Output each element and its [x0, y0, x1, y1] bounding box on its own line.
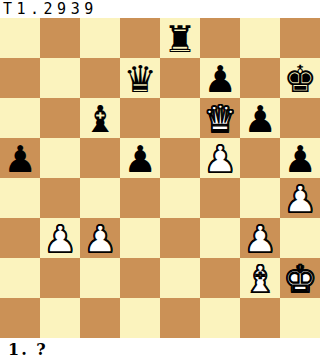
white-pawn[interactable]: ♟ — [240, 218, 280, 258]
square-b2[interactable] — [40, 258, 80, 298]
square-b3[interactable]: ♟ — [40, 218, 80, 258]
square-f8[interactable] — [200, 18, 240, 58]
black-king[interactable]: ♚ — [280, 58, 320, 98]
square-d2[interactable] — [120, 258, 160, 298]
square-g8[interactable] — [240, 18, 280, 58]
square-h6[interactable] — [280, 98, 320, 138]
white-pawn[interactable]: ♟ — [200, 138, 240, 178]
square-h7[interactable]: ♚ — [280, 58, 320, 98]
square-a8[interactable] — [0, 18, 40, 58]
square-f7[interactable]: ♟ — [200, 58, 240, 98]
square-f4[interactable] — [200, 178, 240, 218]
square-h3[interactable] — [280, 218, 320, 258]
square-c5[interactable] — [80, 138, 120, 178]
square-c3[interactable]: ♟ — [80, 218, 120, 258]
black-queen[interactable]: ♛ — [120, 58, 160, 98]
square-a1[interactable] — [0, 298, 40, 338]
black-pawn[interactable]: ♟ — [0, 138, 40, 178]
square-a7[interactable] — [0, 58, 40, 98]
square-h2[interactable]: ♚ — [280, 258, 320, 298]
square-h8[interactable] — [280, 18, 320, 58]
square-h5[interactable]: ♟ — [280, 138, 320, 178]
square-d6[interactable] — [120, 98, 160, 138]
square-g7[interactable] — [240, 58, 280, 98]
square-a4[interactable] — [0, 178, 40, 218]
square-d8[interactable] — [120, 18, 160, 58]
black-rook[interactable]: ♜ — [160, 18, 200, 58]
black-pawn[interactable]: ♟ — [200, 58, 240, 98]
square-d4[interactable] — [120, 178, 160, 218]
move-prompt-bar: 1. ? — [0, 338, 320, 360]
square-g2[interactable]: ♝ — [240, 258, 280, 298]
chess-puzzle-app: T1.2939 ♜♛♟♚♝♛♟♟♟♟♟♟♟♟♟♝♚ 1. ? — [0, 0, 320, 360]
square-c2[interactable] — [80, 258, 120, 298]
square-e3[interactable] — [160, 218, 200, 258]
square-g6[interactable]: ♟ — [240, 98, 280, 138]
square-a2[interactable] — [0, 258, 40, 298]
square-f2[interactable] — [200, 258, 240, 298]
square-b8[interactable] — [40, 18, 80, 58]
square-f5[interactable]: ♟ — [200, 138, 240, 178]
square-f3[interactable] — [200, 218, 240, 258]
square-e8[interactable]: ♜ — [160, 18, 200, 58]
white-queen[interactable]: ♛ — [200, 98, 240, 138]
white-bishop[interactable]: ♝ — [240, 258, 280, 298]
square-g5[interactable] — [240, 138, 280, 178]
square-a6[interactable] — [0, 98, 40, 138]
square-g3[interactable]: ♟ — [240, 218, 280, 258]
square-h4[interactable]: ♟ — [280, 178, 320, 218]
square-c7[interactable] — [80, 58, 120, 98]
square-c4[interactable] — [80, 178, 120, 218]
square-a3[interactable] — [0, 218, 40, 258]
move-prompt: 1. ? — [8, 340, 48, 359]
chess-board: ♜♛♟♚♝♛♟♟♟♟♟♟♟♟♟♝♚ — [0, 18, 320, 338]
square-b6[interactable] — [40, 98, 80, 138]
square-e6[interactable] — [160, 98, 200, 138]
square-c8[interactable] — [80, 18, 120, 58]
square-e5[interactable] — [160, 138, 200, 178]
white-king[interactable]: ♚ — [280, 258, 320, 298]
square-c6[interactable]: ♝ — [80, 98, 120, 138]
square-f1[interactable] — [200, 298, 240, 338]
puzzle-header: T1.2939 — [0, 0, 320, 18]
square-e1[interactable] — [160, 298, 200, 338]
square-e2[interactable] — [160, 258, 200, 298]
square-b5[interactable] — [40, 138, 80, 178]
black-pawn[interactable]: ♟ — [280, 138, 320, 178]
square-g1[interactable] — [240, 298, 280, 338]
square-h1[interactable] — [280, 298, 320, 338]
square-d1[interactable] — [120, 298, 160, 338]
puzzle-id: T1.2939 — [3, 0, 98, 18]
square-b7[interactable] — [40, 58, 80, 98]
square-f6[interactable]: ♛ — [200, 98, 240, 138]
square-g4[interactable] — [240, 178, 280, 218]
square-d5[interactable]: ♟ — [120, 138, 160, 178]
square-b4[interactable] — [40, 178, 80, 218]
square-a5[interactable]: ♟ — [0, 138, 40, 178]
white-pawn[interactable]: ♟ — [40, 218, 80, 258]
black-pawn[interactable]: ♟ — [240, 98, 280, 138]
black-bishop[interactable]: ♝ — [80, 98, 120, 138]
square-d3[interactable] — [120, 218, 160, 258]
square-e7[interactable] — [160, 58, 200, 98]
square-c1[interactable] — [80, 298, 120, 338]
black-pawn[interactable]: ♟ — [120, 138, 160, 178]
square-b1[interactable] — [40, 298, 80, 338]
square-e4[interactable] — [160, 178, 200, 218]
white-pawn[interactable]: ♟ — [280, 178, 320, 218]
white-pawn[interactable]: ♟ — [80, 218, 120, 258]
square-d7[interactable]: ♛ — [120, 58, 160, 98]
